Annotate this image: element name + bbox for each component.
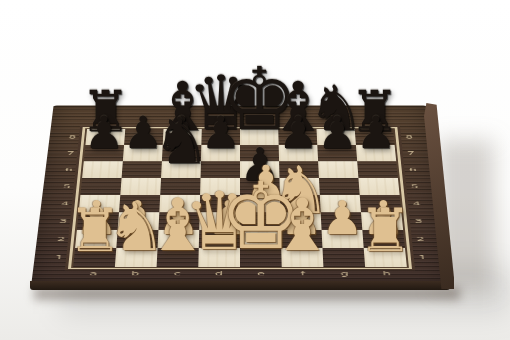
file-label-f: f (282, 269, 324, 279)
file-label-e: e (240, 269, 282, 279)
photo-scene: abcdefgh 12345678 12345678 ♜♝♛♚♝♞♜♟♟♟♟♟♟… (0, 0, 510, 340)
file-label-h: h (365, 269, 408, 279)
piece-white-bishop-f1[interactable]: ♝ (266, 189, 338, 261)
file-label-c: c (156, 269, 198, 279)
rank-label-right-7: 7 (403, 145, 420, 161)
rank-label-right-8: 8 (401, 129, 417, 145)
file-label-g: g (323, 269, 365, 279)
board-front-face (30, 281, 450, 290)
rank-label-left-5: 5 (59, 178, 76, 195)
file-label-b: b (114, 269, 156, 279)
rank-label-left-7: 7 (62, 145, 79, 161)
piece-black-pawn-g7[interactable]: ♟ (315, 111, 359, 155)
rank-label-right-6: 6 (405, 161, 422, 178)
file-label-d: d (198, 269, 240, 279)
piece-black-pawn-f7[interactable]: ♟ (276, 111, 320, 155)
rank-label-left-6: 6 (60, 161, 77, 178)
piece-black-pawn-a7[interactable]: ♟ (82, 111, 126, 155)
file-label-a: a (72, 269, 115, 279)
piece-black-knight-c6[interactable]: ♞ (149, 109, 213, 173)
piece-white-rook-h1[interactable]: ♜ (355, 200, 415, 260)
rank-label-right-5: 5 (406, 178, 423, 195)
rank-label-right-1: 1 (414, 248, 432, 267)
square-a6[interactable] (82, 161, 123, 178)
piece-black-pawn-h7[interactable]: ♟ (354, 111, 398, 155)
square-h6[interactable] (357, 161, 398, 178)
